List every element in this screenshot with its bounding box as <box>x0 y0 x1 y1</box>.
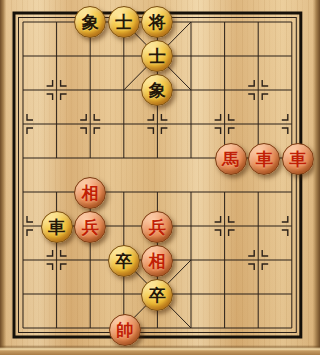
red-horse[interactable]: 馬 <box>215 143 247 175</box>
table-edge-bottom <box>0 345 320 355</box>
black-chariot[interactable]: 車 <box>41 211 73 243</box>
table-edge-left <box>0 0 6 355</box>
black-general[interactable]: 将 <box>141 6 173 38</box>
red-chariot[interactable]: 車 <box>282 143 314 175</box>
red-soldier[interactable]: 兵 <box>74 211 106 243</box>
black-soldier[interactable]: 卒 <box>141 279 173 311</box>
black-advisor[interactable]: 士 <box>141 40 173 72</box>
black-elephant[interactable]: 象 <box>141 74 173 106</box>
black-advisor[interactable]: 士 <box>108 6 140 38</box>
red-elephant[interactable]: 相 <box>141 245 173 277</box>
red-chariot[interactable]: 車 <box>248 143 280 175</box>
black-soldier[interactable]: 卒 <box>108 245 140 277</box>
red-general[interactable]: 帥 <box>109 314 141 346</box>
table-edge-right <box>313 0 320 355</box>
red-elephant[interactable]: 相 <box>74 177 106 209</box>
red-soldier[interactable]: 兵 <box>141 211 173 243</box>
xiangqi-board: 象士将士象馬車車相車兵兵卒相卒帥 <box>0 0 320 355</box>
black-elephant[interactable]: 象 <box>74 6 106 38</box>
pieces-layer: 象士将士象馬車車相車兵兵卒相卒帥 <box>6 5 308 345</box>
